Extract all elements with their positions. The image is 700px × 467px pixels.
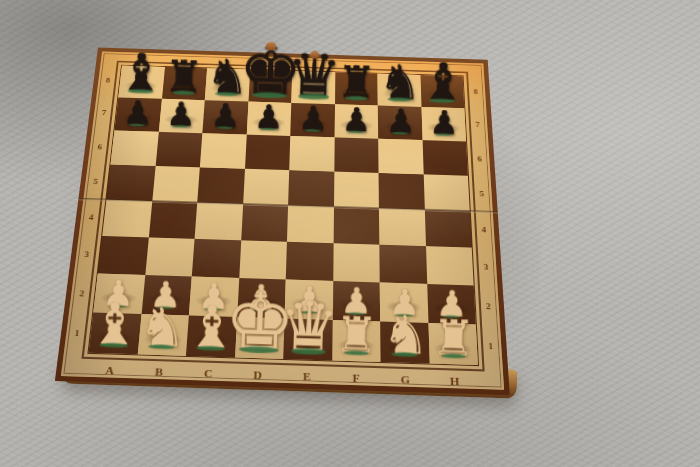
piece-black-king-d8[interactable]: ♚: [238, 40, 303, 100]
square-g1[interactable]: ♞: [380, 322, 429, 364]
square-h1[interactable]: ♜: [428, 323, 478, 365]
square-h3[interactable]: [426, 246, 474, 285]
square-e7[interactable]: ♟: [290, 103, 334, 137]
piece-black-pawn-h7[interactable]: ♟: [429, 109, 459, 137]
square-h6[interactable]: [422, 140, 468, 176]
square-e6[interactable]: [289, 136, 334, 172]
piece-black-rook-b8[interactable]: ♜: [164, 59, 204, 96]
square-d1[interactable]: ♚: [235, 317, 285, 359]
coordinate-label: 4: [81, 199, 102, 236]
square-c3[interactable]: [192, 239, 241, 278]
piece-black-pawn-e7[interactable]: ♟: [298, 105, 328, 133]
piece-black-pawn-b7[interactable]: ♟: [166, 101, 196, 129]
coordinate-label: 8: [98, 64, 117, 97]
coordinate-label: 6: [471, 141, 489, 176]
piece-white-king-d1[interactable]: ♚: [224, 287, 297, 354]
square-b1[interactable]: ♞: [137, 314, 189, 356]
piece-black-pawn-c7[interactable]: ♟: [210, 103, 240, 131]
square-h5[interactable]: [423, 174, 470, 211]
coordinate-label: C: [184, 362, 234, 380]
coordinate-label: 7: [94, 96, 113, 130]
coordinate-label: 3: [76, 236, 97, 274]
coordinate-label: 1: [66, 313, 88, 354]
square-g3[interactable]: [379, 245, 426, 284]
coordinate-label: F: [332, 367, 381, 385]
photo-stage: ABCDEFGH ABCDEFGH 12345678 12345678 ♝♜♞♚…: [0, 0, 700, 467]
square-d4[interactable]: [241, 204, 288, 242]
square-h4[interactable]: [424, 210, 471, 248]
square-c7[interactable]: ♟: [202, 100, 248, 134]
square-c5[interactable]: [197, 167, 244, 204]
square-b7[interactable]: ♟: [158, 99, 204, 133]
piece-black-rook-f8[interactable]: ♜: [337, 65, 377, 102]
coordinate-label: 4: [475, 211, 493, 248]
square-a6[interactable]: [110, 130, 158, 165]
piece-white-knight-g1[interactable]: ♞: [381, 313, 430, 358]
square-g5[interactable]: [379, 173, 425, 210]
square-d5[interactable]: [243, 169, 290, 206]
square-e5[interactable]: [288, 170, 334, 207]
piece-black-pawn-f7[interactable]: ♟: [341, 107, 371, 135]
board-outer-rim: ABCDEFGH ABCDEFGH 12345678 12345678 ♝♜♞♚…: [55, 48, 510, 396]
chessboard-scene: ABCDEFGH ABCDEFGH 12345678 12345678 ♝♜♞♚…: [78, 23, 498, 393]
square-f3[interactable]: [333, 243, 380, 282]
square-d6[interactable]: [245, 135, 291, 170]
square-b5[interactable]: [152, 166, 200, 203]
coordinate-label: 5: [85, 164, 105, 200]
square-a1[interactable]: ♝: [89, 312, 142, 354]
coordinate-label: 1: [481, 325, 500, 366]
square-f6[interactable]: [334, 137, 379, 173]
coordinate-label: 3: [477, 248, 496, 287]
square-b6[interactable]: [155, 132, 202, 167]
square-h7[interactable]: ♟: [421, 107, 466, 141]
square-c4[interactable]: [195, 202, 243, 240]
piece-white-rook-f1[interactable]: ♜: [334, 315, 379, 357]
board-grid: ♝♜♞♚♛♜♞♝♟♟♟♟♟♟♟♟♟♟♟♟♟♟♟♟♝♞♝♚♛♜♞♜: [87, 65, 479, 366]
square-d7[interactable]: ♟: [246, 102, 291, 136]
coordinate-label: B: [134, 360, 185, 378]
piece-black-pawn-d7[interactable]: ♟: [254, 104, 284, 132]
coordinate-label: 6: [90, 129, 110, 164]
coordinate-label: 5: [473, 176, 491, 212]
board-frame: ABCDEFGH ABCDEFGH 12345678 12345678 ♝♜♞♚…: [61, 52, 504, 390]
piece-white-knight-b1[interactable]: ♞: [138, 306, 187, 351]
piece-black-pawn-a7[interactable]: ♟: [122, 100, 152, 128]
square-a5[interactable]: [106, 164, 155, 201]
piece-black-pawn-g7[interactable]: ♟: [385, 108, 415, 136]
square-g7[interactable]: ♟: [378, 106, 422, 140]
piece-black-bishop-h8[interactable]: ♝: [420, 61, 467, 104]
square-f4[interactable]: [333, 207, 379, 245]
square-f7[interactable]: ♟: [334, 104, 378, 138]
coordinate-label: H: [430, 370, 480, 388]
square-g6[interactable]: [378, 139, 423, 175]
coordinate-label: A: [85, 359, 136, 377]
chessboard: ABCDEFGH ABCDEFGH 12345678 12345678 ♝♜♞♚…: [55, 48, 510, 396]
square-e4[interactable]: [287, 205, 334, 243]
coordinate-label: D: [233, 364, 283, 382]
piece-white-bishop-a1[interactable]: ♝: [88, 301, 141, 350]
coordinate-label: E: [283, 365, 333, 383]
piece-black-bishop-a8[interactable]: ♝: [117, 52, 164, 95]
piece-black-knight-g8[interactable]: ♞: [378, 63, 422, 103]
square-b4[interactable]: [148, 201, 197, 239]
piece-white-rook-h1[interactable]: ♜: [431, 318, 476, 360]
coordinate-label: 7: [469, 108, 486, 142]
coordinate-label: G: [381, 368, 431, 386]
square-a7[interactable]: ♟: [114, 97, 161, 131]
square-a4[interactable]: [102, 200, 152, 238]
square-f5[interactable]: [334, 171, 379, 208]
coordinate-label: 2: [479, 286, 498, 326]
brown-finial: [266, 42, 277, 51]
square-c6[interactable]: [200, 133, 246, 168]
square-b3[interactable]: [145, 237, 195, 276]
coordinate-label: 8: [467, 76, 484, 109]
square-a3[interactable]: [98, 236, 149, 275]
square-g4[interactable]: [379, 208, 426, 246]
brown-finial: [310, 51, 319, 59]
